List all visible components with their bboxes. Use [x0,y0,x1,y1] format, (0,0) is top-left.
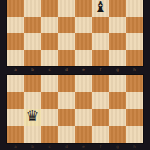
square[interactable] [7,92,24,109]
square[interactable] [126,126,143,143]
square[interactable] [7,17,24,34]
square[interactable] [41,126,58,143]
square[interactable] [75,126,92,143]
square[interactable]: ♛ [24,109,41,126]
square[interactable] [58,92,75,109]
square[interactable] [7,33,24,50]
square[interactable] [75,75,92,92]
square[interactable] [109,0,126,17]
square[interactable] [126,92,143,109]
file-label-g: g [109,143,126,150]
square[interactable] [75,50,92,67]
square[interactable] [24,33,41,50]
square[interactable]: ♝ [92,0,109,17]
square[interactable] [109,75,126,92]
file-label-d: d [58,143,75,150]
square[interactable] [7,109,24,126]
square[interactable] [92,50,109,67]
square[interactable] [126,33,143,50]
square[interactable] [7,75,24,92]
file-label-b: b [24,143,41,150]
square[interactable] [41,109,58,126]
square[interactable] [41,75,58,92]
square[interactable] [41,92,58,109]
square[interactable] [92,92,109,109]
file-label-d: d [58,66,75,75]
square[interactable] [58,0,75,17]
square[interactable] [126,75,143,92]
file-label-f: f [92,66,109,75]
square[interactable] [41,17,58,34]
square[interactable] [7,0,24,17]
square[interactable] [109,33,126,50]
file-label-b: b [24,66,41,75]
file-label-f: f [92,143,109,150]
square[interactable] [109,50,126,67]
square[interactable] [92,33,109,50]
square[interactable] [41,33,58,50]
square[interactable] [58,17,75,34]
square[interactable] [58,75,75,92]
square[interactable] [75,0,92,17]
top-board[interactable]: ♝ [7,0,143,66]
file-label-h: h [126,66,143,75]
bottom-board[interactable]: ♛ [7,75,143,143]
square[interactable] [75,17,92,34]
top-board-file-labels: abcdefgh [7,66,143,75]
square[interactable] [7,50,24,67]
file-label-h: h [126,143,143,150]
square[interactable] [24,50,41,67]
square[interactable] [58,33,75,50]
square[interactable] [7,126,24,143]
square[interactable] [75,33,92,50]
square[interactable] [92,109,109,126]
square[interactable] [92,75,109,92]
black-bishop-piece[interactable]: ♝ [94,0,107,15]
square[interactable] [58,109,75,126]
file-label-g: g [109,66,126,75]
file-label-a: a [7,143,24,150]
square[interactable] [75,109,92,126]
square[interactable] [75,92,92,109]
square[interactable] [126,50,143,67]
square[interactable] [24,75,41,92]
black-queen-piece[interactable]: ♛ [26,109,39,124]
square[interactable] [109,109,126,126]
square[interactable] [126,109,143,126]
square[interactable] [126,0,143,17]
file-label-c: c [41,66,58,75]
square[interactable] [109,92,126,109]
square[interactable] [58,50,75,67]
square[interactable] [109,126,126,143]
file-label-e: e [75,143,92,150]
square[interactable] [92,17,109,34]
square[interactable] [41,0,58,17]
bottom-board-file-labels: abcdefgh [7,143,143,150]
file-label-e: e [75,66,92,75]
file-label-c: c [41,143,58,150]
square[interactable] [24,126,41,143]
square[interactable] [109,17,126,34]
file-label-a: a [7,66,24,75]
square[interactable] [41,50,58,67]
square[interactable] [126,17,143,34]
square[interactable] [58,126,75,143]
square[interactable] [24,17,41,34]
square[interactable] [24,0,41,17]
square[interactable] [92,126,109,143]
